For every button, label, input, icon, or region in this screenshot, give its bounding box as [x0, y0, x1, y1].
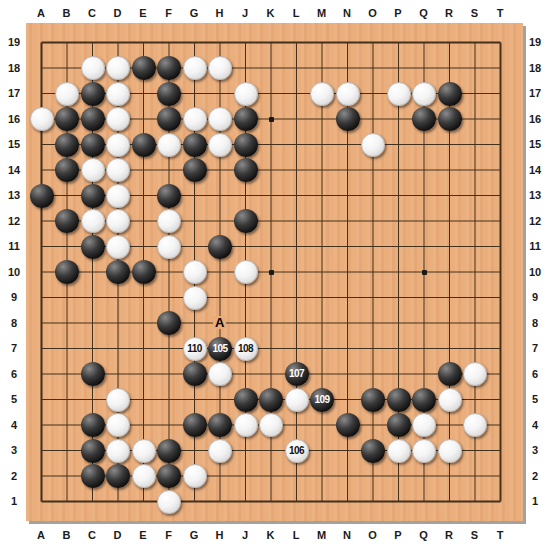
coordinate-label-14-right: 14 — [524, 163, 546, 177]
white-stone[interactable] — [387, 82, 411, 106]
black-stone[interactable] — [157, 311, 181, 335]
white-stone[interactable] — [157, 235, 181, 259]
coordinate-label-9-right: 9 — [524, 290, 546, 304]
coordinate-label-2-left: 2 — [3, 469, 25, 483]
black-stone[interactable] — [259, 388, 283, 412]
coordinate-label-1-left: 1 — [3, 494, 25, 508]
black-stone[interactable] — [336, 413, 360, 437]
coordinate-label-H-bottom: H — [209, 528, 231, 542]
coordinate-label-6-right: 6 — [524, 367, 546, 381]
white-stone[interactable] — [106, 133, 130, 157]
black-stone[interactable] — [132, 260, 156, 284]
coordinate-label-5-left: 5 — [3, 392, 25, 406]
coordinate-label-18-left: 18 — [3, 61, 25, 75]
white-stone[interactable] — [208, 362, 232, 386]
white-stone[interactable] — [336, 82, 360, 106]
white-stone[interactable]: 110 — [183, 337, 207, 361]
black-stone[interactable] — [157, 56, 181, 80]
white-stone[interactable] — [234, 260, 258, 284]
black-stone[interactable] — [55, 107, 79, 131]
coordinate-label-13-right: 13 — [524, 188, 546, 202]
white-stone[interactable] — [183, 260, 207, 284]
star-point — [269, 270, 274, 275]
black-stone[interactable] — [132, 56, 156, 80]
white-stone[interactable] — [183, 107, 207, 131]
black-stone[interactable] — [234, 158, 258, 182]
white-stone[interactable] — [157, 490, 181, 514]
coordinate-label-M-bottom: M — [311, 528, 333, 542]
black-stone[interactable] — [157, 82, 181, 106]
black-stone[interactable] — [55, 158, 79, 182]
coordinate-label-17-right: 17 — [524, 86, 546, 100]
white-stone[interactable] — [106, 107, 130, 131]
coordinate-label-D-bottom: D — [107, 528, 129, 542]
white-stone[interactable] — [132, 464, 156, 488]
go-board[interactable]: 110105108107109106 A — [26, 23, 523, 521]
black-stone[interactable] — [81, 439, 105, 463]
black-stone[interactable] — [81, 362, 105, 386]
coordinate-label-17-left: 17 — [3, 86, 25, 100]
white-stone[interactable] — [106, 413, 130, 437]
coordinate-label-N-top: N — [336, 6, 358, 20]
coordinate-label-1-right: 1 — [524, 494, 546, 508]
coordinate-label-16-right: 16 — [524, 112, 546, 126]
black-stone[interactable] — [208, 413, 232, 437]
white-stone[interactable] — [183, 56, 207, 80]
coordinate-label-2-right: 2 — [524, 469, 546, 483]
white-stone[interactable] — [55, 82, 79, 106]
white-stone[interactable] — [412, 82, 436, 106]
white-stone[interactable] — [412, 413, 436, 437]
white-stone[interactable] — [81, 209, 105, 233]
white-stone[interactable] — [106, 209, 130, 233]
coordinate-label-Q-bottom: Q — [413, 528, 435, 542]
black-stone[interactable] — [208, 235, 232, 259]
coordinate-label-19-right: 19 — [524, 35, 546, 49]
white-stone[interactable] — [463, 413, 487, 437]
black-stone[interactable] — [30, 184, 54, 208]
coordinate-label-A-bottom: A — [30, 528, 52, 542]
white-stone[interactable] — [438, 439, 462, 463]
coordinate-label-L-top: L — [285, 6, 307, 20]
white-stone[interactable] — [285, 388, 309, 412]
black-stone[interactable] — [234, 209, 258, 233]
black-stone[interactable] — [81, 107, 105, 131]
coordinate-label-F-bottom: F — [158, 528, 180, 542]
coordinate-label-3-left: 3 — [3, 443, 25, 457]
white-stone[interactable] — [106, 184, 130, 208]
black-stone[interactable] — [412, 388, 436, 412]
white-stone[interactable]: 108 — [234, 337, 258, 361]
coordinate-label-15-left: 15 — [3, 137, 25, 151]
white-stone[interactable] — [183, 286, 207, 310]
black-stone[interactable] — [438, 362, 462, 386]
coordinate-label-O-bottom: O — [362, 528, 384, 542]
coordinate-label-8-left: 8 — [3, 316, 25, 330]
white-stone[interactable] — [361, 133, 385, 157]
coordinate-label-F-top: F — [158, 6, 180, 20]
coordinate-label-G-bottom: G — [183, 528, 205, 542]
coordinate-label-K-top: K — [260, 6, 282, 20]
coordinate-label-13-left: 13 — [3, 188, 25, 202]
coordinate-label-C-top: C — [81, 6, 103, 20]
white-stone[interactable] — [387, 439, 411, 463]
coordinate-label-T-top: T — [489, 6, 511, 20]
coordinate-label-9-left: 9 — [3, 290, 25, 304]
black-stone[interactable]: 109 — [310, 388, 334, 412]
black-stone[interactable] — [55, 133, 79, 157]
black-stone[interactable] — [81, 184, 105, 208]
white-stone[interactable] — [106, 82, 130, 106]
coordinate-label-6-left: 6 — [3, 367, 25, 381]
coordinate-label-4-right: 4 — [524, 418, 546, 432]
coordinate-label-P-bottom: P — [387, 528, 409, 542]
white-stone[interactable] — [208, 439, 232, 463]
coordinate-label-4-left: 4 — [3, 418, 25, 432]
white-stone[interactable] — [234, 82, 258, 106]
white-stone[interactable] — [106, 56, 130, 80]
coordinate-label-11-right: 11 — [524, 239, 546, 253]
coordinate-label-P-top: P — [387, 6, 409, 20]
black-stone[interactable] — [157, 184, 181, 208]
black-stone[interactable] — [361, 388, 385, 412]
move-number-label: 106 — [289, 446, 304, 456]
black-stone[interactable] — [55, 260, 79, 284]
black-stone[interactable] — [81, 464, 105, 488]
white-stone[interactable] — [208, 56, 232, 80]
white-stone[interactable] — [183, 464, 207, 488]
black-stone[interactable]: 105 — [208, 337, 232, 361]
black-stone[interactable] — [157, 464, 181, 488]
coordinate-label-M-top: M — [311, 6, 333, 20]
black-stone[interactable] — [361, 439, 385, 463]
star-point — [422, 270, 427, 275]
star-point — [269, 117, 274, 122]
white-stone[interactable] — [106, 158, 130, 182]
white-stone[interactable] — [81, 56, 105, 80]
black-stone[interactable] — [81, 133, 105, 157]
letter-mark: A — [213, 316, 226, 329]
coordinate-label-H-top: H — [209, 6, 231, 20]
coordinate-label-T-bottom: T — [489, 528, 511, 542]
white-stone[interactable] — [157, 209, 181, 233]
black-stone[interactable] — [183, 362, 207, 386]
white-stone[interactable] — [259, 413, 283, 437]
black-stone[interactable] — [234, 388, 258, 412]
coordinate-label-18-right: 18 — [524, 61, 546, 75]
go-diagram: 110105108107109106 A ABCDEFGHJKLMNOPQRST… — [0, 0, 550, 550]
coordinate-label-J-top: J — [234, 6, 256, 20]
white-stone[interactable] — [106, 388, 130, 412]
coordinate-label-R-top: R — [438, 6, 460, 20]
coordinate-label-S-bottom: S — [464, 528, 486, 542]
coordinate-label-15-right: 15 — [524, 137, 546, 151]
coordinate-label-J-bottom: J — [234, 528, 256, 542]
black-stone[interactable] — [438, 82, 462, 106]
coordinate-label-Q-top: Q — [413, 6, 435, 20]
move-number-label: 110 — [187, 344, 202, 354]
black-stone[interactable] — [81, 413, 105, 437]
black-stone[interactable] — [234, 107, 258, 131]
coordinate-label-8-right: 8 — [524, 316, 546, 330]
black-stone[interactable] — [438, 107, 462, 131]
black-stone[interactable] — [412, 107, 436, 131]
white-stone[interactable] — [208, 107, 232, 131]
coordinate-label-A-top: A — [30, 6, 52, 20]
black-stone[interactable] — [183, 133, 207, 157]
coordinate-label-L-bottom: L — [285, 528, 307, 542]
black-stone[interactable] — [81, 82, 105, 106]
coordinate-label-7-left: 7 — [3, 341, 25, 355]
white-stone[interactable] — [412, 439, 436, 463]
black-stone[interactable]: 107 — [285, 362, 309, 386]
coordinate-label-7-right: 7 — [524, 341, 546, 355]
black-stone[interactable] — [157, 439, 181, 463]
black-stone[interactable] — [157, 107, 181, 131]
white-stone[interactable] — [438, 388, 462, 412]
white-stone[interactable] — [208, 133, 232, 157]
black-stone[interactable] — [387, 413, 411, 437]
coordinate-label-16-left: 16 — [3, 112, 25, 126]
coordinate-label-D-top: D — [107, 6, 129, 20]
white-stone[interactable] — [132, 439, 156, 463]
coordinate-label-N-bottom: N — [336, 528, 358, 542]
coordinate-label-S-top: S — [464, 6, 486, 20]
black-stone[interactable] — [336, 107, 360, 131]
white-stone[interactable] — [30, 107, 54, 131]
coordinate-label-12-right: 12 — [524, 214, 546, 228]
black-stone[interactable] — [55, 209, 79, 233]
coordinate-label-O-top: O — [362, 6, 384, 20]
white-stone[interactable] — [310, 82, 334, 106]
coordinate-label-3-right: 3 — [524, 443, 546, 457]
black-stone[interactable] — [106, 464, 130, 488]
coordinate-label-K-bottom: K — [260, 528, 282, 542]
coordinate-label-B-top: B — [56, 6, 78, 20]
black-stone[interactable] — [234, 133, 258, 157]
black-stone[interactable] — [183, 158, 207, 182]
white-stone[interactable] — [106, 439, 130, 463]
black-stone[interactable] — [81, 235, 105, 259]
black-stone[interactable] — [387, 388, 411, 412]
move-number-label: 109 — [314, 395, 329, 405]
move-number-label: 108 — [238, 344, 253, 354]
coordinate-label-B-bottom: B — [56, 528, 78, 542]
coordinate-label-C-bottom: C — [81, 528, 103, 542]
coordinate-label-12-left: 12 — [3, 214, 25, 228]
black-stone[interactable] — [106, 260, 130, 284]
coordinate-label-11-left: 11 — [3, 239, 25, 253]
move-number-label: 105 — [212, 344, 227, 354]
coordinate-label-R-bottom: R — [438, 528, 460, 542]
coordinate-label-5-right: 5 — [524, 392, 546, 406]
coordinate-label-E-bottom: E — [132, 528, 154, 542]
black-stone[interactable] — [132, 133, 156, 157]
white-stone[interactable] — [157, 133, 181, 157]
white-stone[interactable] — [463, 362, 487, 386]
coordinate-label-10-right: 10 — [524, 265, 546, 279]
coordinate-label-E-top: E — [132, 6, 154, 20]
white-stone[interactable] — [234, 413, 258, 437]
coordinate-label-19-left: 19 — [3, 35, 25, 49]
black-stone[interactable] — [183, 413, 207, 437]
coordinate-label-14-left: 14 — [3, 163, 25, 177]
white-stone[interactable]: 106 — [285, 439, 309, 463]
white-stone[interactable] — [81, 158, 105, 182]
move-number-label: 107 — [289, 369, 304, 379]
coordinate-label-10-left: 10 — [3, 265, 25, 279]
coordinate-label-G-top: G — [183, 6, 205, 20]
white-stone[interactable] — [106, 235, 130, 259]
